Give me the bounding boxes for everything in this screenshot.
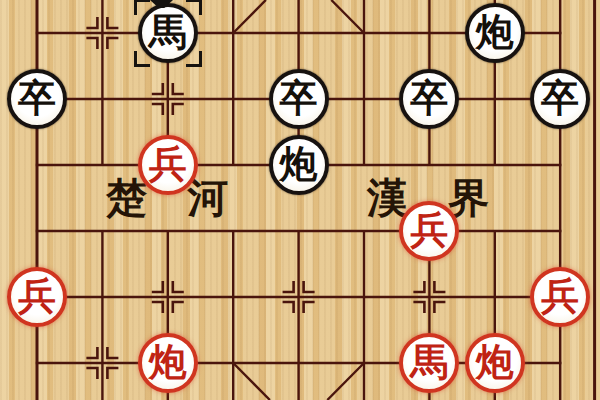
piece-black-soldier-f1r4[interactable]: 卒 bbox=[7, 69, 67, 129]
piece-black-horse-f3r3[interactable]: 馬 bbox=[138, 3, 198, 63]
piece-glyph: 炮 bbox=[149, 343, 187, 381]
piece-black-soldier-f5r4[interactable]: 卒 bbox=[269, 69, 329, 129]
xiangqi-board[interactable]: 楚 河 漢 界 馬炮卒卒卒卒炮兵兵兵兵炮馬炮 bbox=[0, 0, 600, 400]
piece-black-soldier-f7r4[interactable]: 卒 bbox=[399, 69, 459, 129]
piece-glyph: 炮 bbox=[476, 13, 514, 51]
piece-red-cannon-f3r8[interactable]: 炮 bbox=[138, 333, 198, 393]
piece-glyph: 卒 bbox=[541, 79, 579, 117]
piece-glyph: 卒 bbox=[18, 79, 56, 117]
piece-black-soldier-f9r4[interactable]: 卒 bbox=[530, 69, 590, 129]
piece-glyph: 兵 bbox=[149, 145, 187, 183]
piece-black-cannon-f5r5[interactable]: 炮 bbox=[269, 135, 329, 195]
selection-bracket bbox=[186, 0, 202, 15]
piece-red-soldier-f7r6[interactable]: 兵 bbox=[399, 201, 459, 261]
selection-bracket bbox=[134, 51, 150, 67]
selection-bracket bbox=[134, 0, 150, 15]
piece-black-cannon-f8r3[interactable]: 炮 bbox=[465, 3, 525, 63]
piece-glyph: 炮 bbox=[280, 145, 318, 183]
piece-glyph: 馬 bbox=[410, 343, 448, 381]
piece-glyph: 兵 bbox=[18, 277, 56, 315]
piece-red-horse-f7r8[interactable]: 馬 bbox=[399, 333, 459, 393]
piece-red-cannon-f8r8[interactable]: 炮 bbox=[465, 333, 525, 393]
piece-red-soldier-f9r7[interactable]: 兵 bbox=[530, 267, 590, 327]
piece-glyph: 炮 bbox=[476, 343, 514, 381]
piece-glyph: 卒 bbox=[410, 79, 448, 117]
piece-red-soldier-f3r5[interactable]: 兵 bbox=[138, 135, 198, 195]
piece-red-soldier-f1r7[interactable]: 兵 bbox=[7, 267, 67, 327]
piece-glyph: 卒 bbox=[280, 79, 318, 117]
piece-glyph: 兵 bbox=[410, 211, 448, 249]
piece-glyph: 馬 bbox=[149, 13, 187, 51]
pieces-layer: 馬炮卒卒卒卒炮兵兵兵兵炮馬炮 bbox=[4, 0, 593, 396]
selection-bracket bbox=[186, 51, 202, 67]
piece-glyph: 兵 bbox=[541, 277, 579, 315]
